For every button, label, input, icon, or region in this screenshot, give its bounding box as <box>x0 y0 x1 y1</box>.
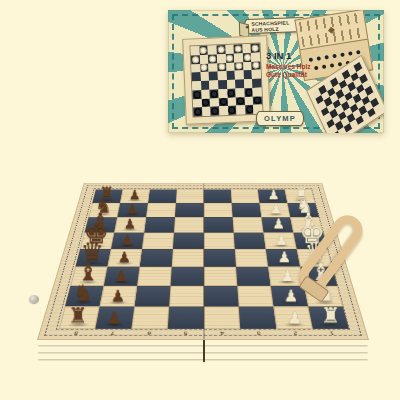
checkers-square <box>235 79 244 88</box>
square[interactable] <box>235 249 268 267</box>
black-pawn[interactable]: ♟ <box>120 233 133 247</box>
checkers-square <box>243 61 252 70</box>
square[interactable] <box>140 249 173 267</box>
square[interactable] <box>204 286 239 307</box>
checkers-square <box>217 63 226 72</box>
black-checker <box>246 106 253 113</box>
square[interactable]: ♟ <box>100 286 137 307</box>
black-pawn[interactable]: ♟ <box>126 203 138 216</box>
checkers-square <box>210 107 219 116</box>
hinge-pin <box>29 295 39 303</box>
rank-label: 6 <box>131 330 168 336</box>
checkers-square <box>210 89 219 98</box>
black-knight[interactable]: ♞ <box>73 282 93 304</box>
white-checker <box>200 47 207 54</box>
black-checker <box>228 89 235 96</box>
white-checker <box>218 63 225 70</box>
checkers-square <box>227 80 236 89</box>
brand-label: OLYMP <box>264 114 296 123</box>
white-checker <box>234 45 241 52</box>
square[interactable] <box>176 190 204 203</box>
square[interactable] <box>204 203 233 217</box>
checkers-square <box>234 44 243 53</box>
checkers-square <box>244 88 253 97</box>
square[interactable]: ♟ <box>111 233 144 249</box>
checkers-square <box>243 53 252 62</box>
white-checker <box>201 64 208 71</box>
square[interactable] <box>174 217 204 232</box>
checkers-square <box>244 79 253 88</box>
black-pawn[interactable]: ♟ <box>129 189 140 202</box>
star-icon: ✶ <box>245 23 250 29</box>
rank-label: 7 <box>94 330 131 336</box>
checkers-square <box>217 54 226 63</box>
black-checker <box>219 98 226 105</box>
checkers-square <box>228 106 237 115</box>
rank-label: 8 <box>57 330 95 336</box>
square[interactable] <box>172 249 204 267</box>
checkers-square <box>243 70 252 79</box>
black-checker <box>228 107 235 114</box>
checkers-square <box>209 63 218 72</box>
square[interactable] <box>131 307 169 329</box>
checkers-square <box>245 105 254 114</box>
black-rook[interactable]: ♜ <box>68 305 87 326</box>
checkers-square <box>200 55 209 64</box>
square[interactable] <box>171 267 204 286</box>
black-checker <box>194 108 201 115</box>
black-checker <box>210 90 217 97</box>
packaging-box: ✶ SCHACHSPIEL AUS HOLZ ✶ 3 IN 1 Massives… <box>168 10 384 133</box>
mini-chess-square <box>373 104 382 114</box>
white-checker <box>226 54 233 61</box>
checkers-square <box>192 81 201 90</box>
rank-label: 3 <box>240 330 277 336</box>
checkers-square <box>199 46 208 55</box>
checkers-square <box>193 107 202 116</box>
square[interactable] <box>134 286 170 307</box>
checkers-square <box>253 87 262 96</box>
checkers-square <box>218 80 227 89</box>
square[interactable] <box>204 190 232 203</box>
white-pawn[interactable]: ♟ <box>275 233 288 247</box>
rank-label: 5 <box>167 330 204 336</box>
checkers-square <box>201 89 210 98</box>
square[interactable] <box>204 267 237 286</box>
square[interactable]: ♟ <box>104 267 140 286</box>
square[interactable] <box>142 233 174 249</box>
black-pawn[interactable]: ♟ <box>123 217 135 231</box>
checkers-square <box>236 97 245 106</box>
white-checker <box>209 55 216 62</box>
checkers-square <box>219 97 228 106</box>
square[interactable] <box>146 203 176 217</box>
checkers-square <box>226 62 235 71</box>
rank-label: 4 <box>204 330 241 336</box>
white-checker <box>252 62 259 69</box>
square[interactable]: ♟ <box>273 307 312 329</box>
checkers-square <box>251 52 260 61</box>
checkers-square <box>235 88 244 97</box>
board-front-edge <box>38 339 368 362</box>
checkers-square <box>227 88 236 97</box>
square[interactable]: ♟ <box>264 233 297 249</box>
square[interactable] <box>173 233 204 249</box>
black-checker <box>237 98 244 105</box>
checkers-square <box>252 70 261 79</box>
product-photo: ✶ SCHACHSPIEL AUS HOLZ ✶ 3 IN 1 Massives… <box>0 0 400 400</box>
checkers-square <box>210 98 219 107</box>
square[interactable] <box>204 233 235 249</box>
checkers-square <box>236 105 245 114</box>
checkers-square <box>192 90 201 99</box>
checkers-square <box>253 96 262 105</box>
white-pawn[interactable]: ♟ <box>277 250 290 265</box>
square[interactable] <box>233 217 264 232</box>
product-claims: 3 IN 1 Massives Holz Gute Qualität <box>266 51 310 79</box>
square[interactable] <box>231 190 260 203</box>
square[interactable] <box>234 233 266 249</box>
square[interactable]: ♟ <box>95 307 134 329</box>
square[interactable] <box>169 286 204 307</box>
checkers-square <box>227 97 236 106</box>
checkers-square <box>209 72 218 81</box>
square[interactable] <box>204 249 236 267</box>
white-checker <box>252 44 259 51</box>
checkers-square <box>234 62 243 71</box>
checkers-square <box>208 54 217 63</box>
checkers-square <box>251 44 260 53</box>
top-banner-label: SCHACHSPIEL AUS HOLZ <box>251 19 299 33</box>
black-pawn[interactable]: ♟ <box>114 268 128 283</box>
white-pawn[interactable]: ♟ <box>267 189 278 202</box>
square[interactable] <box>137 267 172 286</box>
checkers-square <box>252 61 261 70</box>
checkers-square <box>193 99 202 108</box>
square[interactable]: ♜ <box>308 307 349 329</box>
checkers-square <box>202 107 211 116</box>
white-rook[interactable]: ♜ <box>321 305 340 326</box>
checkers-square <box>208 45 217 54</box>
black-pawn[interactable]: ♟ <box>117 250 130 265</box>
square[interactable]: ♟ <box>261 217 293 232</box>
square[interactable] <box>175 203 204 217</box>
black-checker <box>254 97 261 104</box>
black-checker <box>211 108 218 115</box>
square[interactable]: ♟ <box>107 249 141 267</box>
rank-labels: 87654321 <box>57 330 351 336</box>
checkers-square <box>200 63 209 72</box>
white-checker <box>192 56 199 63</box>
white-checker <box>243 54 250 61</box>
rank-label: 1 <box>313 330 351 336</box>
white-pawn[interactable]: ♟ <box>287 310 302 327</box>
checkers-square <box>226 71 235 80</box>
checkers-square <box>244 96 253 105</box>
checkers-square <box>225 53 234 62</box>
checkers-square <box>200 72 209 81</box>
black-checker <box>202 99 209 106</box>
white-pawn[interactable]: ♟ <box>283 288 297 304</box>
checkers-square <box>242 44 251 53</box>
checkers-square <box>219 106 228 115</box>
black-checker <box>245 89 252 96</box>
square[interactable] <box>236 267 271 286</box>
front-edge-seam <box>203 339 205 362</box>
checkers-square <box>191 46 200 55</box>
checkers-square <box>218 89 227 98</box>
checkers-square <box>191 55 200 64</box>
claim-line-1: Massives Holz <box>266 64 310 71</box>
checkers-square <box>234 53 243 62</box>
headline: 3 IN 1 <box>266 51 310 61</box>
checkers-square <box>192 72 201 81</box>
checkers-square <box>225 45 234 54</box>
checkers-square <box>209 80 218 89</box>
checkers-square <box>218 71 227 80</box>
white-pawn[interactable]: ♟ <box>280 268 294 283</box>
black-pawn[interactable]: ♟ <box>106 310 121 327</box>
checkers-square <box>235 71 244 80</box>
square[interactable] <box>237 286 273 307</box>
white-checker <box>235 63 242 70</box>
rank-label: 2 <box>277 330 315 336</box>
square[interactable]: ♟ <box>114 217 146 232</box>
square[interactable] <box>204 307 240 329</box>
square[interactable] <box>148 190 177 203</box>
white-pawn[interactable]: ♟ <box>272 217 284 231</box>
white-pawn[interactable]: ♟ <box>270 203 282 216</box>
checkers-square <box>201 81 210 90</box>
square[interactable]: ♜ <box>59 307 100 329</box>
black-pawn[interactable]: ♟ <box>110 288 124 304</box>
square[interactable]: ♟ <box>266 249 301 267</box>
checkers-square <box>252 78 261 87</box>
checkers-square <box>216 45 225 54</box>
checkers-square <box>191 64 200 73</box>
checkers-square <box>201 98 210 107</box>
brand-banner: OLYMP <box>256 111 304 126</box>
square[interactable] <box>168 307 204 329</box>
black-checker <box>193 91 200 98</box>
white-checker <box>217 46 224 53</box>
square[interactable] <box>232 203 262 217</box>
square[interactable] <box>144 217 175 232</box>
claim-line-2: Gute Qualität <box>266 72 310 79</box>
square[interactable] <box>204 217 234 232</box>
square[interactable] <box>239 307 277 329</box>
